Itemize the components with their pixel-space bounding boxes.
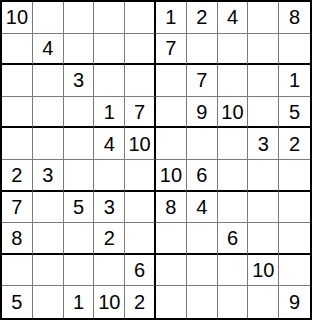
cell-r10c7[interactable] (187, 286, 218, 318)
cell-r7c9[interactable] (248, 192, 279, 224)
cell-r10c1[interactable]: 5 (2, 286, 33, 318)
cell-r8c3[interactable] (64, 223, 95, 255)
cell-r1c9[interactable] (248, 2, 279, 34)
cell-r2c2[interactable]: 4 (33, 34, 64, 66)
cell-r5c8[interactable] (218, 128, 249, 160)
cell-r4c2[interactable] (33, 97, 64, 129)
cell-r8c9[interactable] (248, 223, 279, 255)
cell-r5c9[interactable]: 3 (248, 128, 279, 160)
cell-r7c1[interactable]: 7 (2, 192, 33, 224)
cell-r6c10[interactable] (279, 160, 310, 192)
cell-r9c2[interactable] (33, 255, 64, 287)
cell-r3c8[interactable] (218, 65, 249, 97)
cell-r8c6[interactable] (156, 223, 187, 255)
cell-r1c2[interactable] (33, 2, 64, 34)
cell-r3c9[interactable] (248, 65, 279, 97)
cell-r8c7[interactable] (187, 223, 218, 255)
cell-r5c10[interactable]: 2 (279, 128, 310, 160)
cell-r6c6[interactable]: 10 (156, 160, 187, 192)
cell-r6c9[interactable] (248, 160, 279, 192)
cell-r5c2[interactable] (33, 128, 64, 160)
cell-r1c4[interactable] (94, 2, 125, 34)
cell-r3c5[interactable] (125, 65, 156, 97)
cell-r1c1[interactable]: 10 (2, 2, 33, 34)
cell-r8c5[interactable] (125, 223, 156, 255)
cell-r5c7[interactable] (187, 128, 218, 160)
cell-r4c8[interactable]: 10 (218, 97, 249, 129)
cell-r1c7[interactable]: 2 (187, 2, 218, 34)
cell-r2c8[interactable] (218, 34, 249, 66)
cell-r10c6[interactable] (156, 286, 187, 318)
cell-r9c3[interactable] (64, 255, 95, 287)
cell-r1c5[interactable] (125, 2, 156, 34)
cell-r7c4[interactable]: 3 (94, 192, 125, 224)
cell-r1c10[interactable]: 8 (279, 2, 310, 34)
cell-r8c10[interactable] (279, 223, 310, 255)
cell-r9c1[interactable] (2, 255, 33, 287)
cell-r2c5[interactable] (125, 34, 156, 66)
cell-r3c7[interactable]: 7 (187, 65, 218, 97)
cell-r7c6[interactable]: 8 (156, 192, 187, 224)
cell-r4c1[interactable] (2, 97, 33, 129)
cell-r3c6[interactable] (156, 65, 187, 97)
cell-r5c4[interactable]: 4 (94, 128, 125, 160)
cell-r7c2[interactable] (33, 192, 64, 224)
cell-r10c5[interactable]: 2 (125, 286, 156, 318)
cell-r8c2[interactable] (33, 223, 64, 255)
cell-r6c2[interactable]: 3 (33, 160, 64, 192)
cell-r10c4[interactable]: 10 (94, 286, 125, 318)
cell-r6c7[interactable]: 6 (187, 160, 218, 192)
cell-r3c4[interactable] (94, 65, 125, 97)
cell-r4c9[interactable] (248, 97, 279, 129)
cell-r2c10[interactable] (279, 34, 310, 66)
cell-r2c1[interactable] (2, 34, 33, 66)
cell-r4c5[interactable]: 7 (125, 97, 156, 129)
cell-r7c7[interactable]: 4 (187, 192, 218, 224)
cell-r8c4[interactable]: 2 (94, 223, 125, 255)
cell-r5c1[interactable] (2, 128, 33, 160)
cell-r1c6[interactable]: 1 (156, 2, 187, 34)
cell-r1c3[interactable] (64, 2, 95, 34)
cell-r7c8[interactable] (218, 192, 249, 224)
cell-r8c8[interactable]: 6 (218, 223, 249, 255)
cell-r10c3[interactable]: 1 (64, 286, 95, 318)
cell-r2c9[interactable] (248, 34, 279, 66)
cell-r9c8[interactable] (218, 255, 249, 287)
cell-r1c8[interactable]: 4 (218, 2, 249, 34)
cell-r9c6[interactable] (156, 255, 187, 287)
cell-r4c10[interactable]: 5 (279, 97, 310, 129)
cell-r9c10[interactable] (279, 255, 310, 287)
cell-r2c7[interactable] (187, 34, 218, 66)
cell-r3c2[interactable] (33, 65, 64, 97)
cell-r9c7[interactable] (187, 255, 218, 287)
cell-r8c1[interactable]: 8 (2, 223, 33, 255)
cell-r3c10[interactable]: 1 (279, 65, 310, 97)
cell-r7c3[interactable]: 5 (64, 192, 95, 224)
cell-r2c4[interactable] (94, 34, 125, 66)
cell-r10c10[interactable]: 9 (279, 286, 310, 318)
cell-r6c1[interactable]: 2 (2, 160, 33, 192)
cell-r6c8[interactable] (218, 160, 249, 192)
cell-r4c4[interactable]: 1 (94, 97, 125, 129)
cell-r4c3[interactable] (64, 97, 95, 129)
cell-r7c5[interactable] (125, 192, 156, 224)
cell-r4c6[interactable] (156, 97, 187, 129)
sudoku-board: 1012484737117910541032231067538482661051… (0, 0, 312, 320)
cell-r3c1[interactable] (2, 65, 33, 97)
cell-r4c7[interactable]: 9 (187, 97, 218, 129)
cell-r10c2[interactable] (33, 286, 64, 318)
cell-r2c3[interactable] (64, 34, 95, 66)
cell-r2c6[interactable]: 7 (156, 34, 187, 66)
cell-r6c5[interactable] (125, 160, 156, 192)
cell-r10c8[interactable] (218, 286, 249, 318)
cell-r5c5[interactable]: 10 (125, 128, 156, 160)
cell-r7c10[interactable] (279, 192, 310, 224)
cell-r6c4[interactable] (94, 160, 125, 192)
cell-r5c3[interactable] (64, 128, 95, 160)
cell-r9c4[interactable] (94, 255, 125, 287)
cell-r5c6[interactable] (156, 128, 187, 160)
cell-r3c3[interactable]: 3 (64, 65, 95, 97)
cell-r9c5[interactable]: 6 (125, 255, 156, 287)
cell-r6c3[interactable] (64, 160, 95, 192)
cell-r9c9[interactable]: 10 (248, 255, 279, 287)
cell-r10c9[interactable] (248, 286, 279, 318)
